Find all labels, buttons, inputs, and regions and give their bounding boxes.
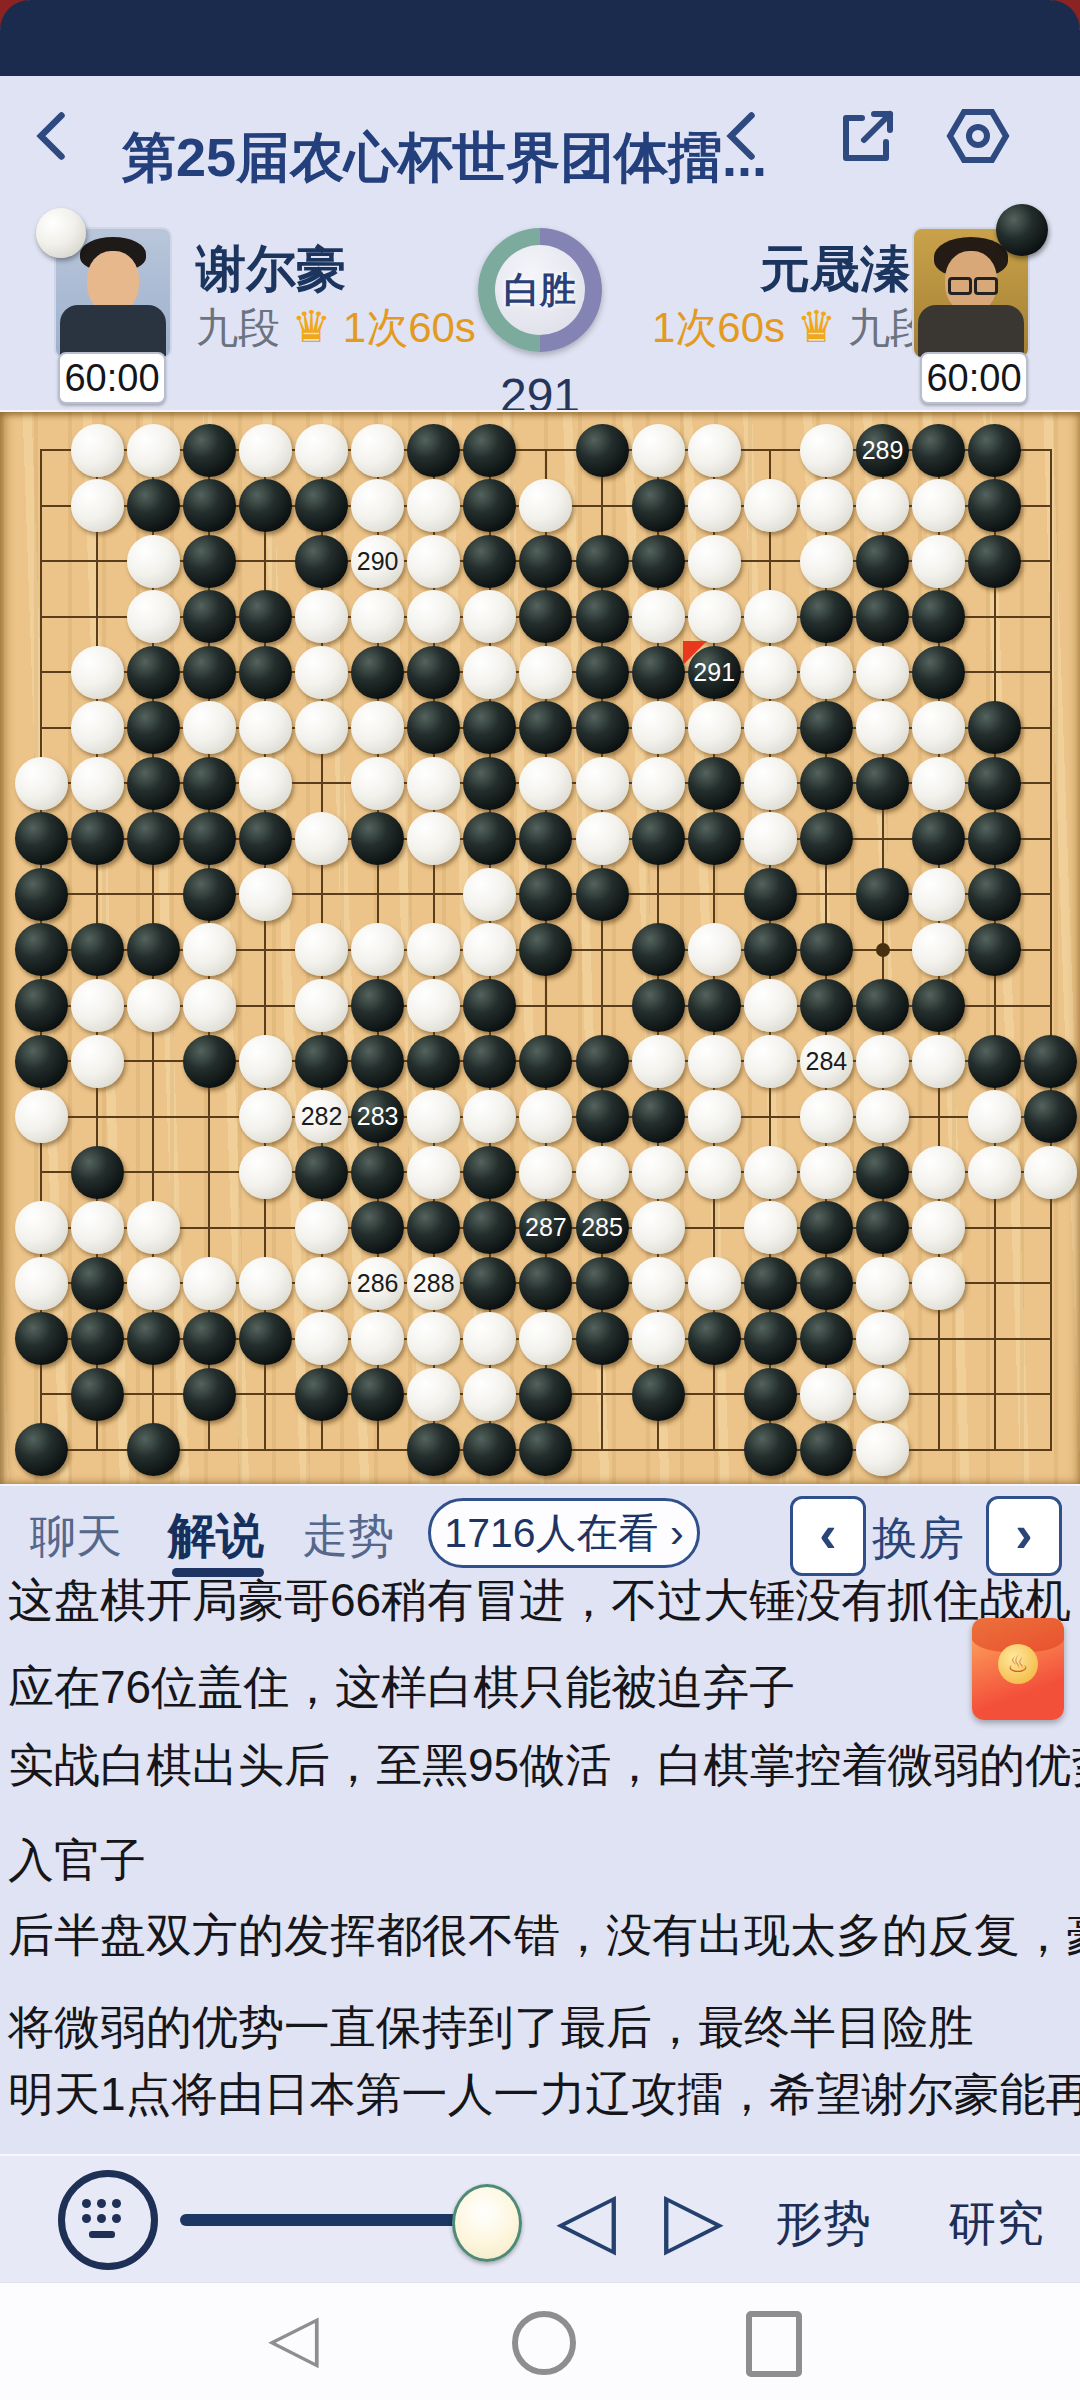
stone-black	[519, 1368, 572, 1421]
commentary-line: 应在76位盖住，这样白棋只能被迫弃子	[8, 1657, 1072, 1719]
viewers-pill[interactable]: 1716人在看 ›	[428, 1498, 700, 1568]
stone-black	[127, 923, 180, 976]
stone-white	[744, 1035, 797, 1088]
stone-black	[688, 979, 741, 1032]
stone-black	[183, 646, 236, 699]
stone-black	[519, 535, 572, 588]
stone-white	[912, 1257, 965, 1310]
move-number-label: 282	[295, 1090, 348, 1143]
stone-black	[1024, 1090, 1077, 1143]
stone-black	[632, 479, 685, 532]
stone-white	[295, 590, 348, 643]
stone-white	[912, 1201, 965, 1254]
stone-black	[407, 1201, 460, 1254]
stone-black	[351, 1146, 404, 1199]
stone-white	[688, 1090, 741, 1143]
stone-black	[576, 1257, 629, 1310]
stone-black	[856, 757, 909, 810]
stone-black	[127, 479, 180, 532]
stone-black	[632, 1368, 685, 1421]
stone-white	[800, 1090, 853, 1143]
white-stone-badge	[36, 208, 86, 258]
stone-white: 290	[351, 535, 404, 588]
stone-white	[519, 646, 572, 699]
stone-black	[15, 812, 68, 865]
stone-white	[71, 979, 124, 1032]
winrate-gauge: 白胜	[478, 228, 602, 352]
stone-white	[127, 1201, 180, 1254]
avatar-right-jacket	[918, 305, 1024, 357]
stone-white	[688, 923, 741, 976]
stone-white	[856, 646, 909, 699]
stone-white	[519, 757, 572, 810]
stone-white	[912, 1035, 965, 1088]
stone-white	[15, 1090, 68, 1143]
move-number-label: 283	[351, 1090, 404, 1143]
stone-black: 283	[351, 1090, 404, 1143]
stone-white	[463, 646, 516, 699]
stone-black	[407, 424, 460, 477]
page-title: 第25届农心杯世界团体擂...	[122, 122, 767, 195]
stone-white	[351, 479, 404, 532]
stone-black	[127, 1423, 180, 1476]
stone-white	[15, 757, 68, 810]
stone-black	[463, 1257, 516, 1310]
stone-black	[183, 424, 236, 477]
stone-black	[576, 590, 629, 643]
stone-white	[744, 757, 797, 810]
stone-black	[800, 1257, 853, 1310]
stone-black	[295, 535, 348, 588]
stone-black	[351, 812, 404, 865]
stone-black	[744, 1368, 797, 1421]
stone-black	[351, 979, 404, 1032]
stone-white	[856, 1368, 909, 1421]
stone-white	[519, 1090, 572, 1143]
stone-white	[71, 424, 124, 477]
stone-white	[295, 701, 348, 754]
stone-white	[295, 923, 348, 976]
stone-white	[800, 535, 853, 588]
stone-white: 282	[295, 1090, 348, 1143]
stone-black	[632, 979, 685, 1032]
stone-white	[463, 1312, 516, 1365]
stone-white	[688, 535, 741, 588]
stone-black	[71, 1146, 124, 1199]
stone-black	[183, 590, 236, 643]
stone-black	[632, 812, 685, 865]
record-icon[interactable]	[944, 102, 1012, 174]
stone-white	[351, 923, 404, 976]
stone-black	[127, 1312, 180, 1365]
stone-white	[688, 479, 741, 532]
stone-black	[968, 757, 1021, 810]
stone-black	[71, 1257, 124, 1310]
stone-white	[183, 1257, 236, 1310]
stone-white	[463, 923, 516, 976]
stone-black	[183, 812, 236, 865]
stone-white	[800, 1368, 853, 1421]
prev-move-button[interactable]: ◁	[556, 2174, 616, 2265]
stone-black	[1024, 1035, 1077, 1088]
stone-black	[576, 1035, 629, 1088]
stone-white	[239, 1257, 292, 1310]
stone-black	[127, 812, 180, 865]
stone-black	[856, 535, 909, 588]
player-right-rank-row: 1次60s ♛ 九段	[652, 300, 932, 356]
stone-black	[632, 646, 685, 699]
stone-white	[856, 1090, 909, 1143]
stone-black	[744, 1312, 797, 1365]
stone-white	[744, 1146, 797, 1199]
stone-white	[912, 479, 965, 532]
crown-icon: ♛	[292, 302, 331, 351]
stone-white	[239, 868, 292, 921]
stone-white	[295, 1201, 348, 1254]
stone-black	[295, 1368, 348, 1421]
stone-black	[463, 757, 516, 810]
avatar-right-glasses-right	[974, 277, 998, 295]
stone-white	[351, 590, 404, 643]
stone-white	[15, 1201, 68, 1254]
stone-white	[407, 1368, 460, 1421]
stone-black	[183, 757, 236, 810]
stone-white	[856, 1312, 909, 1365]
stone-white	[632, 1312, 685, 1365]
stone-white	[407, 590, 460, 643]
stone-black	[800, 923, 853, 976]
move-number-label: 284	[800, 1035, 853, 1088]
stone-white	[688, 701, 741, 754]
stone-white	[744, 479, 797, 532]
stone-white	[744, 590, 797, 643]
stone-black	[127, 701, 180, 754]
stone-black	[183, 1035, 236, 1088]
stone-white	[127, 979, 180, 1032]
next-move-button[interactable]: ▷	[664, 2174, 724, 2265]
stone-black	[856, 979, 909, 1032]
stone-white	[744, 646, 797, 699]
stone-black	[519, 868, 572, 921]
stone-white	[407, 757, 460, 810]
move-number-label: 288	[407, 1257, 460, 1310]
avatar-right-glasses-left	[948, 277, 972, 295]
stone-black	[968, 479, 1021, 532]
stone-black	[71, 1312, 124, 1365]
stone-white	[912, 701, 965, 754]
situation-button[interactable]: 形势	[775, 2192, 871, 2256]
stone-black: 289	[856, 424, 909, 477]
stone-black	[71, 812, 124, 865]
tab-commentary[interactable]: 解说	[168, 1504, 264, 1568]
stone-black	[295, 479, 348, 532]
stone-white	[968, 1090, 1021, 1143]
stone-black	[407, 646, 460, 699]
stone-black	[576, 868, 629, 921]
stone-black	[576, 535, 629, 588]
stone-white	[71, 479, 124, 532]
android-back-icon[interactable]: ◁	[268, 2299, 319, 2376]
player-right-byoyomi: 1次60s	[652, 304, 785, 351]
stone-white	[351, 1312, 404, 1365]
stone-white	[912, 923, 965, 976]
stone-black	[912, 424, 965, 477]
stone-white	[463, 1090, 516, 1143]
stone-black	[15, 979, 68, 1032]
stone-black	[239, 479, 292, 532]
player-right-name: 元晟溱	[760, 236, 910, 303]
stone-white	[744, 812, 797, 865]
stone-white: 288	[407, 1257, 460, 1310]
stone-white	[912, 535, 965, 588]
player-left-rank-row: 九段 ♛ 1次60s	[196, 300, 476, 356]
stone-white	[688, 1257, 741, 1310]
stone-white	[632, 1257, 685, 1310]
stone-black	[351, 1368, 404, 1421]
android-recents-icon[interactable]	[746, 2311, 802, 2377]
stone-white	[968, 1146, 1021, 1199]
stone-white	[407, 479, 460, 532]
stone-white	[463, 868, 516, 921]
result-label: 白胜	[504, 266, 576, 315]
stone-black	[688, 757, 741, 810]
stone-black	[407, 701, 460, 754]
winrate-gauge-inner: 白胜	[495, 245, 585, 335]
status-bar	[0, 0, 1080, 76]
stone-white	[744, 1201, 797, 1254]
stone-black	[463, 1035, 516, 1088]
stone-black	[15, 1035, 68, 1088]
stone-black	[295, 1146, 348, 1199]
stone-black: 287	[519, 1201, 572, 1254]
stone-black	[463, 1201, 516, 1254]
stone-white	[800, 1146, 853, 1199]
clock-right: 60:00	[920, 352, 1028, 404]
stone-black	[800, 1312, 853, 1365]
stone-black	[463, 1146, 516, 1199]
stone-white	[912, 868, 965, 921]
black-stone-badge	[996, 204, 1048, 256]
player-left-name: 谢尔豪	[196, 236, 346, 303]
back-icon[interactable]	[26, 108, 82, 168]
stone-white	[912, 1146, 965, 1199]
room-prev-button[interactable]: ‹	[790, 1496, 866, 1576]
stone-white	[71, 646, 124, 699]
stone-black	[239, 646, 292, 699]
stone-white	[295, 1312, 348, 1365]
stone-black	[463, 479, 516, 532]
stone-black	[744, 868, 797, 921]
stone-white	[519, 1312, 572, 1365]
stone-black	[968, 701, 1021, 754]
stone-black	[800, 1201, 853, 1254]
stone-white	[632, 1146, 685, 1199]
star-point	[876, 943, 890, 957]
stone-black	[407, 1035, 460, 1088]
move-slider-track[interactable]	[180, 2214, 480, 2226]
crown-icon: ♛	[797, 302, 836, 351]
grid-line-v	[1050, 449, 1052, 1451]
move-number-label: 287	[519, 1201, 572, 1254]
keyboard-icon[interactable]	[58, 2170, 158, 2270]
stone-black: 285	[576, 1201, 629, 1254]
stone-black	[968, 535, 1021, 588]
stone-black	[576, 701, 629, 754]
stone-white	[295, 1257, 348, 1310]
stone-black	[856, 868, 909, 921]
tab-trend[interactable]: 走势	[302, 1506, 394, 1568]
room-next-button[interactable]: ›	[986, 1496, 1062, 1576]
research-button[interactable]: 研究	[948, 2192, 1044, 2256]
stone-white	[576, 812, 629, 865]
stone-white	[632, 757, 685, 810]
stone-white	[15, 1257, 68, 1310]
stone-black	[632, 535, 685, 588]
stone-black	[744, 1257, 797, 1310]
stone-black	[183, 1368, 236, 1421]
stone-black	[912, 979, 965, 1032]
stone-white	[632, 701, 685, 754]
tab-chat[interactable]: 聊天	[30, 1506, 122, 1568]
stone-black	[519, 923, 572, 976]
stone-black	[800, 812, 853, 865]
stone-black	[632, 923, 685, 976]
stone-black	[576, 646, 629, 699]
stone-white	[632, 424, 685, 477]
stone-black	[968, 812, 1021, 865]
stone-white: 286	[351, 1257, 404, 1310]
stone-white	[856, 701, 909, 754]
stone-white	[407, 1146, 460, 1199]
stone-black	[15, 868, 68, 921]
stone-white	[295, 812, 348, 865]
stone-black	[183, 479, 236, 532]
clock-left: 60:00	[58, 352, 166, 404]
stone-white	[351, 424, 404, 477]
stone-black	[576, 424, 629, 477]
stone-black	[800, 701, 853, 754]
stone-white	[744, 979, 797, 1032]
stone-white	[856, 1257, 909, 1310]
stone-white	[407, 812, 460, 865]
move-slider-thumb[interactable]	[452, 2184, 522, 2262]
stone-black	[463, 979, 516, 1032]
stone-black	[407, 1423, 460, 1476]
bottom-toolbar: ◁ ▷ 形势 研究	[0, 2154, 1080, 2284]
stone-white	[239, 1146, 292, 1199]
stone-black	[968, 424, 1021, 477]
stone-black	[968, 923, 1021, 976]
stone-white	[632, 1035, 685, 1088]
stone-black	[127, 646, 180, 699]
avatar-left-suit	[60, 305, 166, 357]
move-number-label: 286	[351, 1257, 404, 1310]
room-label: 换房	[872, 1508, 964, 1570]
stone-black	[183, 868, 236, 921]
stone-white	[295, 424, 348, 477]
stone-black	[744, 923, 797, 976]
stone-white	[127, 1257, 180, 1310]
stone-black	[800, 979, 853, 1032]
stone-black	[351, 646, 404, 699]
stone-white	[407, 535, 460, 588]
stone-black	[519, 701, 572, 754]
stone-black	[351, 1035, 404, 1088]
stone-white	[71, 701, 124, 754]
player-left-rank: 九段	[196, 304, 280, 351]
stone-black	[15, 923, 68, 976]
stone-white	[856, 1035, 909, 1088]
stone-white	[351, 701, 404, 754]
stone-black	[463, 1423, 516, 1476]
stone-black	[856, 590, 909, 643]
red-envelope-icon[interactable]: ♨	[972, 1618, 1064, 1720]
stone-white	[407, 1312, 460, 1365]
stone-black: 291	[688, 646, 741, 699]
stone-white	[351, 757, 404, 810]
move-number-label: 285	[576, 1201, 629, 1254]
stone-black	[968, 868, 1021, 921]
stone-black	[800, 590, 853, 643]
stone-white	[912, 757, 965, 810]
stone-black	[856, 1201, 909, 1254]
stone-black	[800, 1423, 853, 1476]
stone-black	[463, 701, 516, 754]
avatar-left-face	[87, 251, 139, 313]
collapse-chevron-icon[interactable]	[716, 108, 772, 168]
stone-white	[71, 1201, 124, 1254]
stone-white	[239, 701, 292, 754]
stone-black	[912, 590, 965, 643]
stone-white	[632, 590, 685, 643]
stone-white	[856, 1423, 909, 1476]
stone-white	[800, 646, 853, 699]
commentary-line: 实战白棋出头后，至黑95做活，白棋掌控着微弱的优势进	[8, 1735, 1072, 1797]
stone-black	[744, 1423, 797, 1476]
commentary-line: 后半盘双方的发挥都很不错，没有出现太多的反复，豪哥	[8, 1905, 1072, 1967]
stone-black	[295, 1035, 348, 1088]
stone-white	[688, 590, 741, 643]
stone-white	[239, 1035, 292, 1088]
stone-white	[519, 1146, 572, 1199]
stone-white	[239, 757, 292, 810]
share-icon[interactable]	[836, 104, 900, 172]
stone-black	[463, 812, 516, 865]
stone-black	[71, 1368, 124, 1421]
stone-black	[239, 812, 292, 865]
stone-white	[688, 1146, 741, 1199]
stone-black	[800, 757, 853, 810]
stone-black	[127, 757, 180, 810]
stone-white	[800, 424, 853, 477]
goban[interactable]: 289290291284282283287285286288	[0, 410, 1080, 1486]
stone-white	[127, 424, 180, 477]
stone-white	[239, 424, 292, 477]
stone-white	[295, 979, 348, 1032]
stone-black	[688, 1312, 741, 1365]
android-home-icon[interactable]	[512, 2311, 576, 2375]
stone-black	[912, 812, 965, 865]
stone-black	[351, 1201, 404, 1254]
stone-black	[632, 1090, 685, 1143]
commentary-line: 明天1点将由日本第一人一力辽攻擂，希望谢尔豪能再接再	[8, 2064, 1072, 2126]
player-left-byoyomi: 1次60s	[343, 304, 476, 351]
stone-white	[519, 479, 572, 532]
move-number-label: 290	[351, 535, 404, 588]
android-nav-bar: ◁	[0, 2282, 1080, 2400]
move-number-label: 289	[856, 424, 909, 477]
last-move-marker	[683, 641, 707, 665]
